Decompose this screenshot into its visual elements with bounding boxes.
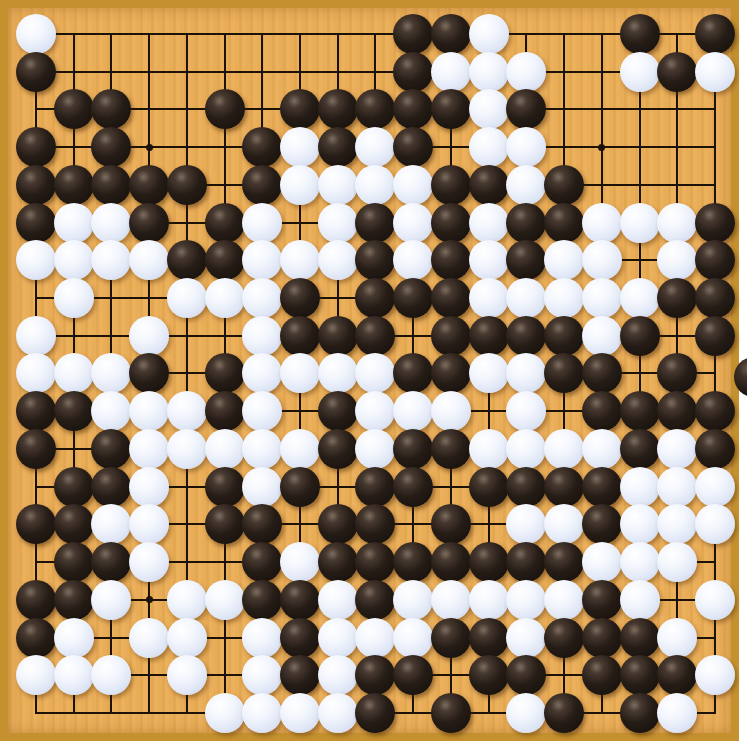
stone-black: [544, 618, 584, 658]
stone-white: [167, 429, 207, 469]
stone-white: [657, 542, 697, 582]
stone-black: [544, 203, 584, 243]
stone-black: [544, 467, 584, 507]
stone-white: [506, 278, 546, 318]
stone-white: [506, 127, 546, 167]
stone-white: [695, 655, 735, 695]
stone-white: [205, 580, 245, 620]
stone-white: [242, 278, 282, 318]
stone-white: [582, 240, 622, 280]
stone-white: [242, 240, 282, 280]
stone-black: [544, 165, 584, 205]
stone-black: [695, 203, 735, 243]
stone-black: [355, 504, 395, 544]
stone-white: [91, 655, 131, 695]
stone-black: [129, 353, 169, 393]
stone-black: [393, 89, 433, 129]
stone-white: [54, 203, 94, 243]
stone-white: [469, 89, 509, 129]
stone-white: [506, 504, 546, 544]
stone-white: [393, 391, 433, 431]
stone-white: [393, 618, 433, 658]
stone-black: [355, 467, 395, 507]
stone-white: [91, 580, 131, 620]
stone-black: [16, 429, 56, 469]
stone-black: [582, 580, 622, 620]
stone-white: [318, 165, 358, 205]
stone-white: [129, 316, 169, 356]
stone-black: [129, 165, 169, 205]
stone-white: [280, 165, 320, 205]
stone-white: [582, 542, 622, 582]
stone-black: [91, 467, 131, 507]
stone-black: [54, 504, 94, 544]
stone-white: [695, 504, 735, 544]
stone-black: [431, 429, 471, 469]
stone-white: [129, 504, 169, 544]
stone-black: [355, 240, 395, 280]
stone-white: [318, 353, 358, 393]
stone-white: [506, 693, 546, 733]
stone-white: [242, 429, 282, 469]
stone-black: [280, 278, 320, 318]
stone-black: [205, 504, 245, 544]
stone-black: [695, 14, 735, 54]
stone-white: [91, 504, 131, 544]
stone-black: [695, 278, 735, 318]
stone-black: [393, 52, 433, 92]
stone-white: [469, 580, 509, 620]
stone-black: [657, 353, 697, 393]
stone-black: [506, 240, 546, 280]
stone-white: [582, 278, 622, 318]
stone-black: [242, 127, 282, 167]
stone-black: [393, 655, 433, 695]
stone-white: [242, 655, 282, 695]
stone-black: [129, 203, 169, 243]
stone-black: [393, 467, 433, 507]
stone-white: [167, 278, 207, 318]
stone-white: [544, 240, 584, 280]
stone-white: [318, 580, 358, 620]
stone-white: [129, 240, 169, 280]
stone-white: [506, 618, 546, 658]
stone-white: [167, 391, 207, 431]
stone-black: [91, 89, 131, 129]
stone-white: [431, 52, 471, 92]
stone-white: [506, 353, 546, 393]
stone-white: [620, 203, 660, 243]
stone-black: [431, 89, 471, 129]
stone-black: [431, 240, 471, 280]
stone-black: [582, 391, 622, 431]
stone-black: [431, 165, 471, 205]
stone-black: [431, 203, 471, 243]
stone-white: [318, 618, 358, 658]
stone-black: [695, 240, 735, 280]
stone-white: [355, 429, 395, 469]
stone-white: [657, 240, 697, 280]
stone-white: [91, 353, 131, 393]
stone-black: [355, 316, 395, 356]
stone-black: [393, 353, 433, 393]
stone-black: [318, 429, 358, 469]
stone-black: [280, 655, 320, 695]
stone-black: [469, 542, 509, 582]
stone-black: [620, 655, 660, 695]
stone-white: [167, 618, 207, 658]
stone-white: [620, 542, 660, 582]
stone-white: [355, 391, 395, 431]
stone-white: [620, 504, 660, 544]
stone-black: [393, 127, 433, 167]
stone-black: [469, 165, 509, 205]
stone-white: [167, 655, 207, 695]
stone-white: [91, 240, 131, 280]
stone-white: [54, 278, 94, 318]
stone-black: [506, 467, 546, 507]
stone-black: [431, 316, 471, 356]
stone-black: [280, 316, 320, 356]
stone-white: [355, 618, 395, 658]
stone-black: [167, 240, 207, 280]
stone-black: [16, 52, 56, 92]
stone-black: [657, 391, 697, 431]
stone-black: [506, 655, 546, 695]
stone-black: [242, 165, 282, 205]
stone-white: [167, 580, 207, 620]
stone-white: [469, 14, 509, 54]
stone-white: [506, 165, 546, 205]
stone-black: [393, 542, 433, 582]
stone-white: [280, 542, 320, 582]
stone-black: [657, 52, 697, 92]
stone-white: [657, 693, 697, 733]
stone-white: [280, 429, 320, 469]
stone-black: [16, 127, 56, 167]
stone-white: [242, 618, 282, 658]
stone-white: [657, 203, 697, 243]
stone-black: [280, 580, 320, 620]
stone-white: [544, 429, 584, 469]
stone-black: [355, 580, 395, 620]
stone-black: [205, 89, 245, 129]
stone-black: [54, 89, 94, 129]
stone-white: [129, 429, 169, 469]
stone-white: [280, 240, 320, 280]
stone-black: [393, 14, 433, 54]
stone-black: [318, 542, 358, 582]
stone-black: [393, 278, 433, 318]
stone-white: [16, 353, 56, 393]
screenshot-root: { "game": { "name": "Go", "board_size": …: [0, 0, 747, 745]
stone-black: [469, 467, 509, 507]
stone-white: [280, 353, 320, 393]
stone-black: [91, 127, 131, 167]
stone-black: [506, 542, 546, 582]
stone-black: [431, 618, 471, 658]
stone-white: [506, 580, 546, 620]
stone-white: [280, 693, 320, 733]
stone-black: [582, 618, 622, 658]
stone-black: [695, 316, 735, 356]
stone-white: [695, 580, 735, 620]
stone-black: [695, 429, 735, 469]
stone-white: [582, 316, 622, 356]
stone-black: [544, 542, 584, 582]
stone-white: [242, 353, 282, 393]
stone-black: [280, 89, 320, 129]
stone-white: [129, 391, 169, 431]
stone-black: [16, 203, 56, 243]
stone-white: [129, 618, 169, 658]
stone-black: [318, 391, 358, 431]
stone-black: [167, 165, 207, 205]
star-point: [598, 144, 605, 151]
stone-white: [393, 165, 433, 205]
stone-white: [544, 504, 584, 544]
stone-black: [620, 391, 660, 431]
stone-black: [582, 467, 622, 507]
stone-black: [355, 693, 395, 733]
stone-white: [620, 467, 660, 507]
stone-black: [242, 542, 282, 582]
stone-black: [620, 429, 660, 469]
stone-white: [355, 353, 395, 393]
stone-white: [469, 240, 509, 280]
star-point: [146, 144, 153, 151]
stone-white: [242, 391, 282, 431]
stone-black: [318, 89, 358, 129]
stone-black: [91, 429, 131, 469]
stone-white: [318, 203, 358, 243]
stone-black: [280, 467, 320, 507]
stone-black: [16, 504, 56, 544]
stone-black: [205, 391, 245, 431]
stone-black: [620, 618, 660, 658]
stone-white: [242, 693, 282, 733]
stone-white: [16, 14, 56, 54]
stone-white: [205, 429, 245, 469]
stone-black: [91, 165, 131, 205]
stone-white: [620, 278, 660, 318]
stone-black: [431, 542, 471, 582]
stone-white: [205, 278, 245, 318]
stone-white: [544, 278, 584, 318]
stone-black: [506, 316, 546, 356]
stone-black: [54, 542, 94, 582]
stone-black: [582, 655, 622, 695]
stone-black: [582, 504, 622, 544]
stone-black: [695, 391, 735, 431]
stone-black: [544, 353, 584, 393]
stone-white: [695, 52, 735, 92]
stone-white: [469, 429, 509, 469]
stone-white: [582, 429, 622, 469]
stone-white: [469, 52, 509, 92]
stone-black: [469, 618, 509, 658]
stone-white: [582, 203, 622, 243]
stone-black: [16, 618, 56, 658]
stone-white: [129, 467, 169, 507]
stone-black: [431, 278, 471, 318]
stone-black: [54, 391, 94, 431]
stone-black: [431, 353, 471, 393]
stone-white: [355, 127, 395, 167]
stone-white: [16, 240, 56, 280]
stone-black: [431, 693, 471, 733]
stone-white: [657, 504, 697, 544]
stone-black: [318, 504, 358, 544]
stone-black: [620, 693, 660, 733]
stone-white: [54, 353, 94, 393]
stone-black: [431, 504, 471, 544]
stone-black: [620, 14, 660, 54]
stone-black: [54, 165, 94, 205]
stone-white: [544, 580, 584, 620]
stone-white: [205, 693, 245, 733]
stone-black: [16, 165, 56, 205]
stone-white: [469, 353, 509, 393]
stone-black: [205, 467, 245, 507]
stone-black: [242, 580, 282, 620]
stone-black: [205, 240, 245, 280]
stone-black: [205, 353, 245, 393]
stone-black: [318, 127, 358, 167]
stone-black: [318, 316, 358, 356]
stone-black: [54, 467, 94, 507]
stone-black: [469, 316, 509, 356]
stone-black: [582, 353, 622, 393]
stone-black: [544, 316, 584, 356]
stone-black: [355, 203, 395, 243]
stone-black: [205, 203, 245, 243]
stone-white: [91, 203, 131, 243]
stone-black: [54, 580, 94, 620]
stone-white: [657, 429, 697, 469]
stone-white: [469, 203, 509, 243]
stone-white: [242, 316, 282, 356]
stone-white: [657, 618, 697, 658]
stone-black: [280, 618, 320, 658]
stone-black: [355, 278, 395, 318]
stone-white: [54, 240, 94, 280]
stone-white: [695, 467, 735, 507]
stone-black: [355, 542, 395, 582]
grid-layer: [0, 0, 747, 745]
stone-black: [469, 655, 509, 695]
stone-black: [242, 504, 282, 544]
stone-white: [318, 655, 358, 695]
stone-black: [657, 655, 697, 695]
stone-black: [657, 278, 697, 318]
stone-black: [431, 14, 471, 54]
stone-white: [620, 580, 660, 620]
stone-white: [620, 52, 660, 92]
stone-white: [506, 391, 546, 431]
stone-black: [544, 693, 584, 733]
stone-white: [318, 693, 358, 733]
stone-white: [506, 429, 546, 469]
stone-white: [431, 391, 471, 431]
stone-white: [393, 240, 433, 280]
stone-white: [16, 316, 56, 356]
stone-white: [16, 655, 56, 695]
stone-black: [393, 429, 433, 469]
stone-black: [91, 542, 131, 582]
stone-white: [54, 618, 94, 658]
stone-white: [469, 127, 509, 167]
stone-white: [469, 278, 509, 318]
stone-white: [242, 467, 282, 507]
stone-black: [16, 580, 56, 620]
stone-white: [129, 542, 169, 582]
stone-white: [54, 655, 94, 695]
stone-white: [318, 240, 358, 280]
stone-black: [506, 89, 546, 129]
stone-white: [393, 580, 433, 620]
stone-white: [91, 391, 131, 431]
stone-black: [620, 316, 660, 356]
stone-white: [506, 52, 546, 92]
stone-white: [280, 127, 320, 167]
stone-black: [355, 655, 395, 695]
stone-white: [393, 203, 433, 243]
stone-white: [355, 165, 395, 205]
stone-white: [431, 580, 471, 620]
stone-white: [657, 467, 697, 507]
stone-black: [506, 203, 546, 243]
stone-white: [242, 203, 282, 243]
stone-black: [355, 89, 395, 129]
star-point: [146, 596, 153, 603]
stone-black: [16, 391, 56, 431]
